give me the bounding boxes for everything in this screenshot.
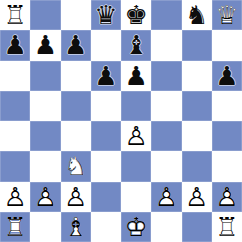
black-pawn: ♟ bbox=[61, 30, 91, 60]
square-c8[interactable] bbox=[61, 0, 91, 30]
black-queen: ♛ bbox=[91, 0, 121, 30]
square-g6[interactable] bbox=[182, 61, 212, 91]
white-rook: ♜♖ bbox=[0, 0, 30, 30]
white-king: ♚♔ bbox=[121, 212, 151, 242]
square-b1[interactable] bbox=[30, 212, 60, 242]
square-a4[interactable] bbox=[0, 121, 30, 151]
square-d3[interactable] bbox=[91, 151, 121, 181]
square-e4[interactable]: ♟♙ bbox=[121, 121, 151, 151]
square-e1[interactable]: ♚♔ bbox=[121, 212, 151, 242]
square-a5[interactable] bbox=[0, 91, 30, 121]
white-queen-outline-glyph: ♕ bbox=[212, 0, 242, 30]
square-f1[interactable] bbox=[151, 212, 181, 242]
square-f8[interactable] bbox=[151, 0, 181, 30]
black-pawn: ♟ bbox=[30, 30, 60, 60]
black-pawn-glyph: ♟ bbox=[121, 61, 151, 91]
square-h6[interactable]: ♟ bbox=[212, 61, 242, 91]
square-d7[interactable] bbox=[91, 30, 121, 60]
square-f7[interactable] bbox=[151, 30, 181, 60]
white-pawn: ♟♙ bbox=[151, 182, 181, 212]
square-g4[interactable] bbox=[182, 121, 212, 151]
square-b3[interactable] bbox=[30, 151, 60, 181]
square-h5[interactable] bbox=[212, 91, 242, 121]
square-b6[interactable] bbox=[30, 61, 60, 91]
square-g8[interactable]: ♞ bbox=[182, 0, 212, 30]
square-a6[interactable] bbox=[0, 61, 30, 91]
black-pawn-glyph: ♟ bbox=[30, 30, 60, 60]
black-pawn-glyph: ♟ bbox=[212, 61, 242, 91]
square-h3[interactable] bbox=[212, 151, 242, 181]
black-pawn-glyph: ♟ bbox=[61, 30, 91, 60]
black-king: ♚ bbox=[121, 0, 151, 30]
square-f3[interactable] bbox=[151, 151, 181, 181]
square-g3[interactable] bbox=[182, 151, 212, 181]
square-h7[interactable] bbox=[212, 30, 242, 60]
square-g7[interactable] bbox=[182, 30, 212, 60]
white-knight-outline-glyph: ♘ bbox=[61, 151, 91, 181]
square-g1[interactable] bbox=[182, 212, 212, 242]
square-c1[interactable]: ♝♗ bbox=[61, 212, 91, 242]
square-d2[interactable] bbox=[91, 182, 121, 212]
square-d6[interactable]: ♟ bbox=[91, 61, 121, 91]
square-e2[interactable] bbox=[121, 182, 151, 212]
white-rook: ♜♖ bbox=[212, 212, 242, 242]
square-d8[interactable]: ♛ bbox=[91, 0, 121, 30]
black-knight-glyph: ♞ bbox=[182, 0, 212, 30]
white-pawn-outline-glyph: ♙ bbox=[151, 182, 181, 212]
black-pawn-glyph: ♟ bbox=[0, 30, 30, 60]
square-b4[interactable] bbox=[30, 121, 60, 151]
black-pawn: ♟ bbox=[0, 30, 30, 60]
square-b8[interactable] bbox=[30, 0, 60, 30]
white-bishop: ♝♗ bbox=[61, 212, 91, 242]
square-e3[interactable] bbox=[121, 151, 151, 181]
square-d4[interactable] bbox=[91, 121, 121, 151]
square-b5[interactable] bbox=[30, 91, 60, 121]
white-pawn-outline-glyph: ♙ bbox=[182, 182, 212, 212]
white-queen: ♛♕ bbox=[212, 0, 242, 30]
black-pawn: ♟ bbox=[91, 61, 121, 91]
white-bishop-outline-glyph: ♗ bbox=[61, 212, 91, 242]
black-queen-glyph: ♛ bbox=[91, 0, 121, 30]
white-pawn-outline-glyph: ♙ bbox=[0, 182, 30, 212]
square-g2[interactable]: ♟♙ bbox=[182, 182, 212, 212]
white-knight: ♞♘ bbox=[61, 151, 91, 181]
black-pawn: ♟ bbox=[121, 61, 151, 91]
black-bishop-glyph: ♝ bbox=[121, 30, 151, 60]
square-g5[interactable] bbox=[182, 91, 212, 121]
square-d1[interactable] bbox=[91, 212, 121, 242]
square-c4[interactable] bbox=[61, 121, 91, 151]
square-a2[interactable]: ♟♙ bbox=[0, 182, 30, 212]
square-f6[interactable] bbox=[151, 61, 181, 91]
chess-board: ♜♖♛♚♞♛♕♟♟♟♝♟♟♟♟♙♞♘♟♙♟♙♟♙♟♙♟♙♟♙♜♖♝♗♚♔♜♖ bbox=[0, 0, 242, 242]
white-pawn: ♟♙ bbox=[30, 182, 60, 212]
square-h2[interactable]: ♟♙ bbox=[212, 182, 242, 212]
square-c3[interactable]: ♞♘ bbox=[61, 151, 91, 181]
white-king-outline-glyph: ♔ bbox=[121, 212, 151, 242]
square-d5[interactable] bbox=[91, 91, 121, 121]
square-b2[interactable]: ♟♙ bbox=[30, 182, 60, 212]
white-pawn-outline-glyph: ♙ bbox=[61, 182, 91, 212]
white-pawn-outline-glyph: ♙ bbox=[30, 182, 60, 212]
square-h1[interactable]: ♜♖ bbox=[212, 212, 242, 242]
white-pawn: ♟♙ bbox=[182, 182, 212, 212]
white-pawn-outline-glyph: ♙ bbox=[121, 121, 151, 151]
white-rook-outline-glyph: ♖ bbox=[0, 212, 30, 242]
square-e7[interactable]: ♝ bbox=[121, 30, 151, 60]
black-pawn-glyph: ♟ bbox=[91, 61, 121, 91]
square-h8[interactable]: ♛♕ bbox=[212, 0, 242, 30]
white-pawn-outline-glyph: ♙ bbox=[212, 182, 242, 212]
black-bishop: ♝ bbox=[121, 30, 151, 60]
white-rook-outline-glyph: ♖ bbox=[0, 0, 30, 30]
square-c6[interactable] bbox=[61, 61, 91, 91]
white-rook: ♜♖ bbox=[0, 212, 30, 242]
square-c5[interactable] bbox=[61, 91, 91, 121]
white-pawn: ♟♙ bbox=[212, 182, 242, 212]
square-e6[interactable]: ♟ bbox=[121, 61, 151, 91]
square-b7[interactable]: ♟ bbox=[30, 30, 60, 60]
square-f5[interactable] bbox=[151, 91, 181, 121]
square-f2[interactable]: ♟♙ bbox=[151, 182, 181, 212]
square-e8[interactable]: ♚ bbox=[121, 0, 151, 30]
square-h4[interactable] bbox=[212, 121, 242, 151]
square-e5[interactable] bbox=[121, 91, 151, 121]
black-knight: ♞ bbox=[182, 0, 212, 30]
square-a1[interactable]: ♜♖ bbox=[0, 212, 30, 242]
square-f4[interactable] bbox=[151, 121, 181, 151]
square-c7[interactable]: ♟ bbox=[61, 30, 91, 60]
black-king-glyph: ♚ bbox=[121, 0, 151, 30]
white-rook-outline-glyph: ♖ bbox=[212, 212, 242, 242]
white-pawn: ♟♙ bbox=[0, 182, 30, 212]
square-a7[interactable]: ♟ bbox=[0, 30, 30, 60]
black-pawn: ♟ bbox=[212, 61, 242, 91]
white-pawn: ♟♙ bbox=[121, 121, 151, 151]
square-a3[interactable] bbox=[0, 151, 30, 181]
square-a8[interactable]: ♜♖ bbox=[0, 0, 30, 30]
white-pawn: ♟♙ bbox=[61, 182, 91, 212]
square-c2[interactable]: ♟♙ bbox=[61, 182, 91, 212]
